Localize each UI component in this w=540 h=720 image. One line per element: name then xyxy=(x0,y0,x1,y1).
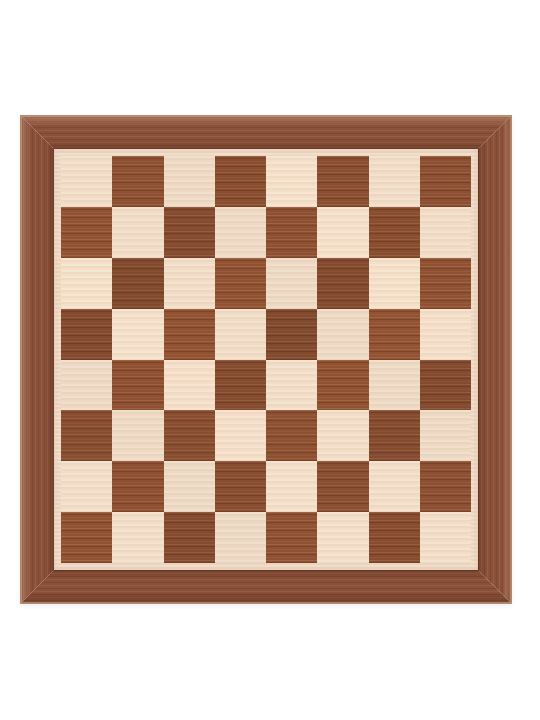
square-d5 xyxy=(215,309,266,360)
square-b7 xyxy=(112,207,163,258)
square-h3 xyxy=(420,410,471,461)
square-g5 xyxy=(369,309,420,360)
square-c2 xyxy=(164,461,215,512)
square-c7 xyxy=(164,207,215,258)
board-frame-left xyxy=(20,115,54,604)
square-e4 xyxy=(266,360,317,411)
square-c1 xyxy=(164,512,215,563)
square-f2 xyxy=(317,461,368,512)
square-c5 xyxy=(164,309,215,360)
square-h5 xyxy=(420,309,471,360)
square-c3 xyxy=(164,410,215,461)
square-d2 xyxy=(215,461,266,512)
square-c6 xyxy=(164,258,215,309)
square-h4 xyxy=(420,360,471,411)
square-a3 xyxy=(61,410,112,461)
square-a7 xyxy=(61,207,112,258)
square-h2 xyxy=(420,461,471,512)
square-e7 xyxy=(266,207,317,258)
square-h8 xyxy=(420,156,471,207)
square-b6 xyxy=(112,258,163,309)
square-g4 xyxy=(369,360,420,411)
square-a6 xyxy=(61,258,112,309)
square-c4 xyxy=(164,360,215,411)
square-b5 xyxy=(112,309,163,360)
board-frame-top xyxy=(20,115,512,149)
square-d8 xyxy=(215,156,266,207)
square-d6 xyxy=(215,258,266,309)
square-h1 xyxy=(420,512,471,563)
square-d3 xyxy=(215,410,266,461)
square-e5 xyxy=(266,309,317,360)
square-f3 xyxy=(317,410,368,461)
square-g7 xyxy=(369,207,420,258)
board-frame-right xyxy=(478,115,512,604)
square-c8 xyxy=(164,156,215,207)
square-d7 xyxy=(215,207,266,258)
square-b1 xyxy=(112,512,163,563)
square-g1 xyxy=(369,512,420,563)
square-b8 xyxy=(112,156,163,207)
square-f4 xyxy=(317,360,368,411)
board-field-margin xyxy=(54,149,478,570)
square-g8 xyxy=(369,156,420,207)
square-h6 xyxy=(420,258,471,309)
square-g3 xyxy=(369,410,420,461)
square-f6 xyxy=(317,258,368,309)
board-frame-bottom xyxy=(20,570,512,604)
square-b3 xyxy=(112,410,163,461)
square-d4 xyxy=(215,360,266,411)
square-b4 xyxy=(112,360,163,411)
square-f1 xyxy=(317,512,368,563)
square-e1 xyxy=(266,512,317,563)
square-g2 xyxy=(369,461,420,512)
square-d1 xyxy=(215,512,266,563)
square-h7 xyxy=(420,207,471,258)
square-e6 xyxy=(266,258,317,309)
square-f8 xyxy=(317,156,368,207)
square-e3 xyxy=(266,410,317,461)
square-a4 xyxy=(61,360,112,411)
chessboard xyxy=(20,115,512,604)
square-e8 xyxy=(266,156,317,207)
chess-board xyxy=(61,156,471,563)
square-g6 xyxy=(369,258,420,309)
square-a8 xyxy=(61,156,112,207)
square-f7 xyxy=(317,207,368,258)
square-a5 xyxy=(61,309,112,360)
square-f5 xyxy=(317,309,368,360)
square-a2 xyxy=(61,461,112,512)
square-b2 xyxy=(112,461,163,512)
square-e2 xyxy=(266,461,317,512)
photo-background xyxy=(0,0,540,720)
square-a1 xyxy=(61,512,112,563)
